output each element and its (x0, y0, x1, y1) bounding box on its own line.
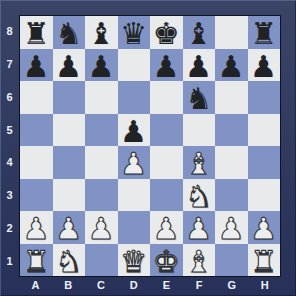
piece-black-bishop[interactable]: ♝ (88, 19, 115, 48)
rank-labels: 8 7 6 5 4 3 2 1 (0, 15, 19, 277)
square-d2[interactable] (118, 211, 151, 244)
file-label-d: D (117, 276, 150, 294)
piece-black-pawn[interactable]: ♟ (120, 117, 147, 146)
piece-black-rook[interactable]: ♜ (23, 19, 50, 48)
file-label-a: A (19, 276, 52, 294)
chess-board: ♜♞♝♛♚♝♜♟♟♟♟♟♟♟♞♟♟♝♞♟♟♟♟♟♟♟♜♞♛♚♝♜ (19, 15, 281, 277)
piece-black-knight[interactable]: ♞ (55, 19, 82, 48)
square-g6[interactable] (215, 81, 248, 114)
square-e2[interactable]: ♟ (150, 211, 183, 244)
square-c2[interactable]: ♟ (85, 211, 118, 244)
square-c1[interactable] (85, 244, 118, 277)
square-c6[interactable] (85, 81, 118, 114)
square-c8[interactable]: ♝ (85, 16, 118, 49)
piece-black-pawn[interactable]: ♟ (185, 52, 212, 81)
file-label-g: G (216, 276, 249, 294)
square-h4[interactable] (248, 146, 281, 179)
rank-label-4: 4 (0, 146, 19, 179)
square-b6[interactable] (53, 81, 86, 114)
file-label-e: E (150, 276, 183, 294)
square-h1[interactable]: ♜ (248, 244, 281, 277)
square-f4[interactable]: ♝ (183, 146, 216, 179)
square-h7[interactable]: ♟ (248, 49, 281, 82)
square-e6[interactable] (150, 81, 183, 114)
rank-label-7: 7 (0, 48, 19, 81)
piece-black-pawn[interactable]: ♟ (250, 52, 277, 81)
square-a7[interactable]: ♟ (20, 49, 53, 82)
square-d3[interactable] (118, 179, 151, 212)
square-b8[interactable]: ♞ (53, 16, 86, 49)
square-d1[interactable]: ♛ (118, 244, 151, 277)
piece-black-pawn[interactable]: ♟ (153, 52, 180, 81)
piece-black-pawn[interactable]: ♟ (218, 52, 245, 81)
piece-white-pawn[interactable]: ♟ (153, 214, 180, 243)
square-e4[interactable] (150, 146, 183, 179)
square-g5[interactable] (215, 114, 248, 147)
piece-black-knight[interactable]: ♞ (185, 84, 212, 113)
square-a2[interactable]: ♟ (20, 211, 53, 244)
square-g3[interactable] (215, 179, 248, 212)
file-label-h: H (248, 276, 281, 294)
square-e5[interactable] (150, 114, 183, 147)
square-a8[interactable]: ♜ (20, 16, 53, 49)
square-g2[interactable]: ♟ (215, 211, 248, 244)
square-h8[interactable]: ♜ (248, 16, 281, 49)
piece-white-pawn[interactable]: ♟ (185, 214, 212, 243)
square-c4[interactable] (85, 146, 118, 179)
square-h5[interactable] (248, 114, 281, 147)
piece-white-pawn[interactable]: ♟ (88, 214, 115, 243)
rank-label-3: 3 (0, 179, 19, 212)
square-e3[interactable] (150, 179, 183, 212)
square-g8[interactable] (215, 16, 248, 49)
square-h2[interactable]: ♟ (248, 211, 281, 244)
square-e8[interactable]: ♚ (150, 16, 183, 49)
square-f6[interactable]: ♞ (183, 81, 216, 114)
square-a4[interactable] (20, 146, 53, 179)
rank-label-2: 2 (0, 212, 19, 245)
rank-label-8: 8 (0, 15, 19, 48)
square-a1[interactable]: ♜ (20, 244, 53, 277)
piece-white-pawn[interactable]: ♟ (120, 149, 147, 178)
square-b3[interactable] (53, 179, 86, 212)
piece-black-rook[interactable]: ♜ (250, 19, 277, 48)
piece-white-pawn[interactable]: ♟ (23, 214, 50, 243)
square-c7[interactable]: ♟ (85, 49, 118, 82)
square-b7[interactable]: ♟ (53, 49, 86, 82)
square-d8[interactable]: ♛ (118, 16, 151, 49)
rank-label-5: 5 (0, 113, 19, 146)
piece-white-king[interactable]: ♚ (153, 247, 180, 276)
piece-black-king[interactable]: ♚ (153, 19, 180, 48)
square-f5[interactable] (183, 114, 216, 147)
square-f1[interactable]: ♝ (183, 244, 216, 277)
square-d4[interactable]: ♟ (118, 146, 151, 179)
square-b5[interactable] (53, 114, 86, 147)
piece-white-knight[interactable]: ♞ (55, 247, 82, 276)
square-a3[interactable] (20, 179, 53, 212)
square-d6[interactable] (118, 81, 151, 114)
piece-black-pawn[interactable]: ♟ (23, 52, 50, 81)
piece-black-bishop[interactable]: ♝ (185, 19, 212, 48)
piece-black-queen[interactable]: ♛ (120, 19, 147, 48)
piece-white-rook[interactable]: ♜ (250, 247, 277, 276)
piece-white-pawn[interactable]: ♟ (55, 214, 82, 243)
piece-white-pawn[interactable]: ♟ (218, 214, 245, 243)
square-c5[interactable] (85, 114, 118, 147)
square-h6[interactable] (248, 81, 281, 114)
piece-white-pawn[interactable]: ♟ (250, 214, 277, 243)
square-b1[interactable]: ♞ (53, 244, 86, 277)
square-g4[interactable] (215, 146, 248, 179)
square-e1[interactable]: ♚ (150, 244, 183, 277)
square-h3[interactable] (248, 179, 281, 212)
rank-label-6: 6 (0, 81, 19, 114)
square-f8[interactable]: ♝ (183, 16, 216, 49)
square-b2[interactable]: ♟ (53, 211, 86, 244)
piece-white-queen[interactable]: ♛ (120, 247, 147, 276)
square-f2[interactable]: ♟ (183, 211, 216, 244)
file-label-b: B (52, 276, 85, 294)
file-labels: A B C D E F G H (19, 276, 281, 294)
piece-white-bishop[interactable]: ♝ (185, 149, 212, 178)
piece-white-bishop[interactable]: ♝ (185, 247, 212, 276)
chess-diagram: 8 7 6 5 4 3 2 1 ♜♞♝♛♚♝♜♟♟♟♟♟♟♟♞♟♟♝♞♟♟♟♟♟… (0, 0, 296, 296)
square-d7[interactable] (118, 49, 151, 82)
square-g7[interactable]: ♟ (215, 49, 248, 82)
file-label-c: C (85, 276, 118, 294)
square-f3[interactable]: ♞ (183, 179, 216, 212)
piece-black-pawn[interactable]: ♟ (88, 52, 115, 81)
square-c3[interactable] (85, 179, 118, 212)
square-d5[interactable]: ♟ (118, 114, 151, 147)
square-e7[interactable]: ♟ (150, 49, 183, 82)
square-a5[interactable] (20, 114, 53, 147)
rank-label-1: 1 (0, 244, 19, 277)
square-f7[interactable]: ♟ (183, 49, 216, 82)
square-g1[interactable] (215, 244, 248, 277)
piece-black-pawn[interactable]: ♟ (55, 52, 82, 81)
square-a6[interactable] (20, 81, 53, 114)
piece-white-knight[interactable]: ♞ (185, 182, 212, 211)
file-label-f: F (183, 276, 216, 294)
piece-white-rook[interactable]: ♜ (23, 247, 50, 276)
square-b4[interactable] (53, 146, 86, 179)
